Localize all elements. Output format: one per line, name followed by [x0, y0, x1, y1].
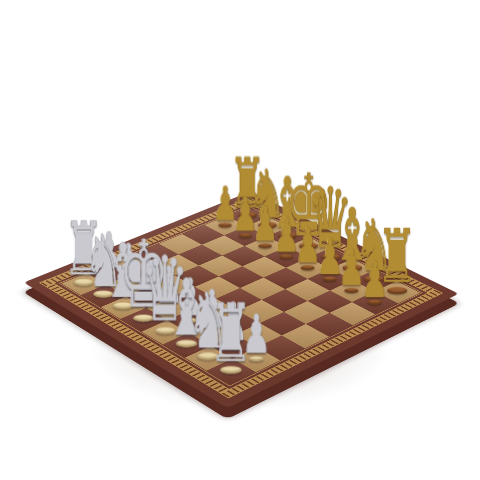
board-surface: ♜♞♝♚♛♝♞♜♟♟♟♟♟♟♟♟♟♟♟♟♟♟♟♟♜♞♝♚♛♝♞♜ — [24, 191, 459, 408]
chess-board: ♜♞♝♚♛♝♞♜♟♟♟♟♟♟♟♟♟♟♟♟♟♟♟♟♜♞♝♚♛♝♞♜ — [24, 191, 459, 408]
square-a7: ♟ — [353, 291, 399, 314]
product-photo: ♜♞♝♚♛♝♞♜♟♟♟♟♟♟♟♟♟♟♟♟♟♟♟♟♜♞♝♚♛♝♞♜ — [0, 0, 480, 480]
squares-grid: ♜♞♝♚♛♝♞♜♟♟♟♟♟♟♟♟♟♟♟♟♟♟♟♟♜♞♝♚♛♝♞♜ — [61, 207, 420, 385]
pawn-icon: ♟ — [362, 256, 389, 303]
rook-figurine: ♜ — [195, 296, 267, 374]
rook-icon: ♜ — [210, 296, 253, 370]
pawn-figurine: ♟ — [353, 256, 398, 305]
perspective-scene: ♜♞♝♚♛♝♞♜♟♟♟♟♟♟♟♟♟♟♟♟♟♟♟♟♜♞♝♚♛♝♞♜ — [0, 0, 480, 480]
